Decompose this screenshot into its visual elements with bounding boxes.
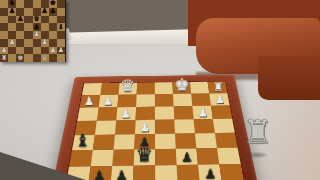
overview-white-pawn: ♟: [49, 47, 57, 55]
overview-square-g4: [49, 31, 57, 39]
square-d6[interactable]: [155, 149, 176, 166]
board-3d-scene: ♛♚♜♟♟♟♟♟♟♝♟♛♟♟♟♟♚♞: [48, 22, 262, 172]
square-c6[interactable]: ♟: [176, 148, 198, 165]
overview-square-b7: ♟: [8, 8, 16, 16]
square-a4[interactable]: [213, 119, 235, 133]
square-d5[interactable]: [155, 134, 176, 149]
overview-square-g7: ♟: [49, 8, 57, 16]
square-d3[interactable]: [155, 106, 174, 120]
square-g4[interactable]: [95, 120, 116, 134]
overview-square-c8: [16, 0, 24, 8]
white-pawn: ♟: [193, 107, 212, 119]
square-g2[interactable]: ♟: [99, 95, 119, 108]
overview-white-pawn: ♟: [8, 39, 16, 47]
overview-square-d6: [24, 16, 32, 24]
square-c5[interactable]: [175, 133, 196, 148]
overview-square-c4: [16, 31, 24, 39]
black-pawn: ♟: [111, 169, 133, 180]
overview-square-a6: [0, 16, 8, 24]
square-d1[interactable]: [155, 82, 173, 94]
overview-square-f5: [41, 23, 49, 31]
black-pawn: ♟: [199, 167, 221, 180]
white-pawn: ♟: [80, 96, 99, 108]
square-f3[interactable]: ♟: [116, 107, 136, 121]
overview-black-pawn: ♟: [41, 8, 49, 16]
square-f5[interactable]: [114, 134, 135, 149]
square-g3[interactable]: [97, 107, 118, 121]
overview-square-a7: [0, 8, 8, 16]
overview-square-d3: [24, 39, 32, 47]
overview-square-c6: ♟: [16, 16, 24, 24]
white-queen: ♛: [118, 77, 136, 94]
overview-square-e2: [33, 47, 41, 55]
square-e4[interactable]: ♟: [135, 120, 155, 134]
square-d7[interactable]: [155, 165, 177, 180]
white-pawn: ♟: [135, 121, 155, 133]
overview-white-king: ♚: [16, 54, 24, 62]
square-a7[interactable]: [219, 164, 244, 180]
captured-white-rook: ♜: [236, 116, 280, 148]
overview-square-a8: [0, 0, 8, 8]
overview-black-pawn: ♟: [49, 8, 57, 16]
overview-square-a4: [0, 31, 8, 39]
board-3d-frame: ♛♚♜♟♟♟♟♟♟♝♟♛♟♟♟♟♚♞: [46, 75, 264, 180]
square-c2[interactable]: [173, 94, 192, 107]
square-b5[interactable]: [195, 133, 217, 148]
square-d2[interactable]: [155, 94, 174, 107]
overview-square-a1: ♜: [0, 54, 8, 62]
square-f6[interactable]: [112, 149, 134, 166]
overview-white-rook: ♜: [0, 54, 8, 62]
black-pawn: ♟: [176, 151, 198, 164]
overview-square-h7: [57, 8, 65, 16]
overview-square-b6: [8, 16, 16, 24]
overview-white-pawn: ♟: [57, 47, 65, 55]
white-pawn: ♟: [99, 95, 118, 107]
square-e5[interactable]: ♟: [134, 134, 155, 149]
square-e2[interactable]: [136, 94, 155, 107]
overview-square-b2: [8, 47, 16, 55]
overview-square-h2: ♟: [57, 47, 65, 55]
white-rook: ♜: [209, 81, 227, 93]
overview-square-f1: ♛: [41, 54, 49, 62]
overview-square-e3: [33, 39, 41, 47]
square-h4[interactable]: [75, 121, 97, 136]
overview-square-e1: [33, 54, 41, 62]
overview-square-f7: ♟: [41, 8, 49, 16]
square-b4[interactable]: [194, 119, 215, 133]
overview-square-b5: [8, 23, 16, 31]
square-b2[interactable]: [191, 93, 211, 106]
overview-square-b3: ♟: [8, 39, 16, 47]
overview-square-e8: [33, 0, 41, 8]
square-a1[interactable]: ♜: [208, 82, 228, 94]
overview-square-d1: [24, 54, 32, 62]
overview-square-g6: [49, 16, 57, 24]
square-f4[interactable]: [115, 120, 136, 134]
overview-square-h5: ♝: [57, 23, 65, 31]
overview-square-f3: ♟: [41, 39, 49, 47]
square-d4[interactable]: [155, 120, 175, 134]
overview-black-pawn: ♟: [16, 16, 24, 24]
white-pawn: ♟: [211, 94, 230, 105]
overview-square-g1: [49, 54, 57, 62]
square-b7[interactable]: ♟: [198, 164, 222, 180]
overview-square-h4: [57, 31, 65, 39]
board-3d-grid: ♛♚♜♟♟♟♟♟♟♝♟♛♟♟♟♟♚♞: [62, 82, 247, 180]
overview-black-bishop: ♝: [57, 23, 65, 31]
square-c4[interactable]: [174, 119, 195, 133]
overview-black-pawn: ♟: [8, 8, 16, 16]
square-a5[interactable]: [215, 133, 238, 148]
black-pawn: ♟: [88, 169, 110, 180]
square-a2[interactable]: ♟: [209, 93, 229, 106]
square-a3[interactable]: [211, 106, 232, 119]
square-g5[interactable]: [93, 135, 115, 151]
square-f7[interactable]: ♟: [111, 166, 134, 180]
square-g1[interactable]: [100, 83, 119, 95]
overview-square-a5: [0, 23, 8, 31]
square-c3[interactable]: [174, 106, 194, 119]
overview-square-g2: ♟: [49, 47, 57, 55]
square-e3[interactable]: [136, 107, 155, 121]
overview-square-h8: [57, 0, 65, 8]
overview-square-d7: [24, 8, 32, 16]
overview-square-c5: [16, 23, 24, 31]
white-pawn: ♟: [116, 108, 136, 120]
overview-square-d5: [24, 23, 32, 31]
square-h2[interactable]: ♟: [80, 95, 101, 108]
square-h5[interactable]: ♝: [72, 135, 95, 151]
overview-square-g5: [49, 23, 57, 31]
overview-square-f6: [41, 16, 49, 24]
square-c7[interactable]: [177, 165, 200, 180]
overview-square-e4: ♟: [33, 31, 41, 39]
square-f2[interactable]: [117, 94, 136, 107]
game-scene: ♛♚♜♟♟♟♟♟♟♝♟♛♟♟♟♟♚♞ ♜ ♞♚♟♟♟♟♛♟♝♟♟♟♟♟♟♜♚♛: [0, 0, 320, 180]
overview-white-pawn: ♟: [33, 31, 41, 39]
square-h6[interactable]: [69, 150, 93, 167]
square-b3[interactable]: ♟: [192, 106, 213, 119]
black-pawn: ♟: [134, 136, 155, 149]
square-e7[interactable]: [133, 165, 155, 180]
square-h1[interactable]: [82, 83, 102, 95]
square-g7[interactable]: ♟: [88, 166, 112, 180]
captured-pieces-tray: ♜: [236, 112, 280, 164]
square-e1[interactable]: [137, 82, 155, 94]
black-bishop: ♝: [72, 133, 93, 150]
square-b6[interactable]: [196, 148, 219, 164]
overview-square-c1: ♚: [16, 54, 24, 62]
square-e6[interactable]: ♛: [134, 149, 155, 166]
overview-board: ♞♚♟♟♟♟♛♟♝♟♟♟♟♟♟♜♚♛: [0, 0, 66, 62]
captured-piece-shadow: [240, 150, 274, 160]
overview-square-d4: [24, 31, 32, 39]
overview-square-b1: [8, 54, 16, 62]
square-c1[interactable]: ♚: [172, 82, 191, 94]
square-g6[interactable]: [91, 150, 114, 167]
white-king: ♚: [173, 76, 191, 93]
overview-square-c3: [16, 39, 24, 47]
overview-square-d2: [24, 47, 32, 55]
square-f1[interactable]: ♛: [118, 83, 137, 95]
overview-square-h1: [57, 54, 65, 62]
overview-square-d8: [24, 0, 32, 8]
couch-body: [258, 56, 320, 100]
overview-white-queen: ♛: [41, 54, 49, 62]
square-h3[interactable]: [77, 107, 98, 121]
overview-white-pawn: ♟: [41, 39, 49, 47]
square-b1[interactable]: [190, 82, 209, 94]
